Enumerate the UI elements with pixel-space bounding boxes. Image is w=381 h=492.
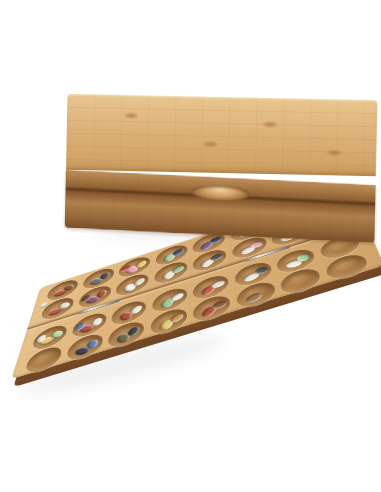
gemstone bbox=[253, 267, 269, 275]
gemstone bbox=[244, 292, 264, 305]
storage-box bbox=[65, 94, 378, 242]
gemstone bbox=[212, 299, 227, 310]
box-lid-top bbox=[66, 94, 378, 176]
bamboo-node bbox=[327, 149, 343, 156]
gemstone bbox=[127, 326, 142, 336]
gemstone bbox=[135, 260, 148, 268]
gemstone bbox=[168, 313, 185, 324]
gemstone bbox=[210, 253, 224, 262]
gemstone bbox=[97, 289, 108, 299]
bamboo-node bbox=[203, 141, 219, 148]
gemstone bbox=[170, 265, 185, 274]
bamboo-node bbox=[123, 112, 139, 119]
gemstone bbox=[129, 305, 143, 314]
gemstone bbox=[91, 317, 102, 328]
finger-notch bbox=[191, 184, 249, 202]
product-photo-scene bbox=[0, 0, 381, 492]
gemstone bbox=[169, 292, 185, 302]
box-front bbox=[65, 170, 376, 243]
bamboo-node bbox=[262, 121, 278, 128]
gemstone bbox=[100, 271, 111, 280]
gemstone bbox=[171, 248, 186, 256]
gemstone bbox=[50, 330, 65, 339]
gemstone bbox=[133, 278, 147, 286]
gemstone bbox=[211, 279, 226, 289]
gemstone bbox=[58, 301, 72, 309]
gemstone bbox=[249, 241, 264, 248]
gemstone bbox=[87, 338, 99, 349]
gemstone bbox=[63, 283, 77, 291]
